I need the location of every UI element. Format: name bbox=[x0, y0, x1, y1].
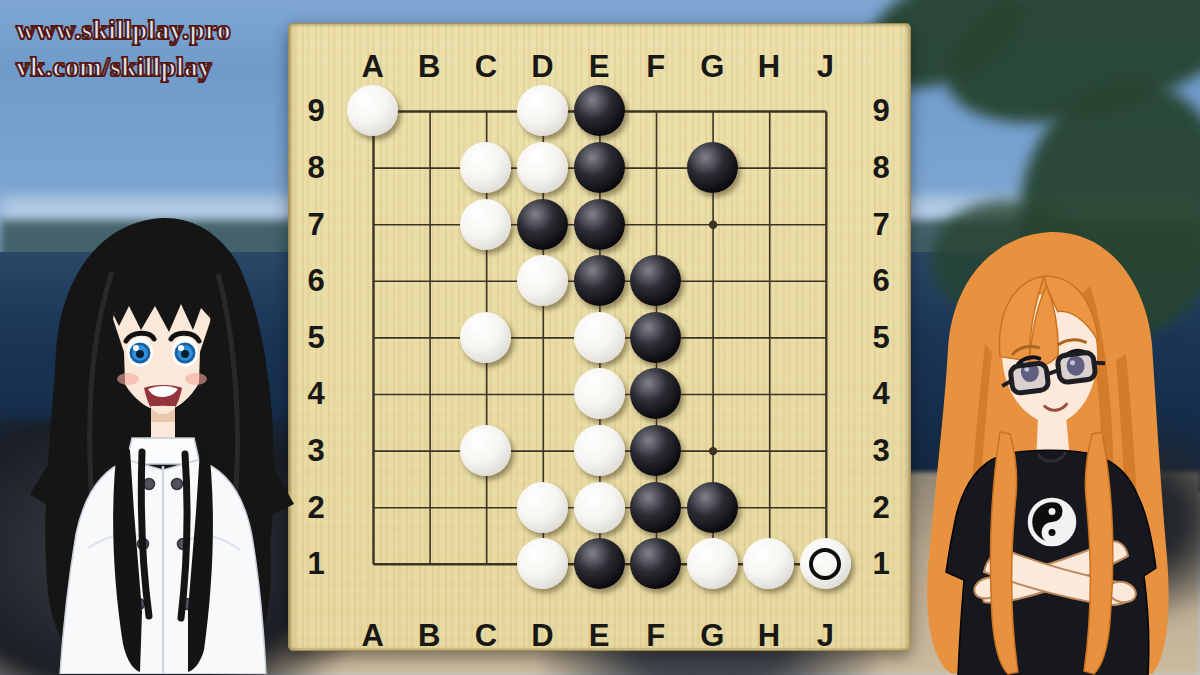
coord-label-9: 9 bbox=[872, 95, 889, 126]
coord-label-6: 6 bbox=[307, 265, 324, 296]
coord-label-B: B bbox=[418, 51, 440, 82]
go-board: ABCDEFGHJ ABCDEFGHJ 987654321 987654321 bbox=[288, 23, 911, 651]
blush bbox=[117, 373, 139, 385]
yin-yang-logo bbox=[1030, 500, 1074, 544]
coord-label-D: D bbox=[531, 51, 553, 82]
black-stone-F1 bbox=[630, 538, 681, 589]
coord-label-2: 2 bbox=[872, 492, 889, 523]
black-stone-D7 bbox=[517, 199, 568, 250]
white-stone-J1 bbox=[800, 538, 851, 589]
white-stone-C8 bbox=[460, 142, 511, 193]
coord-label-4: 4 bbox=[307, 378, 324, 409]
black-stone-E9 bbox=[574, 85, 625, 136]
coord-label-A: A bbox=[361, 620, 383, 651]
coord-label-C: C bbox=[475, 620, 497, 651]
coord-label-7: 7 bbox=[872, 209, 889, 240]
row-labels-left: 987654321 bbox=[296, 83, 336, 592]
coord-label-J: J bbox=[817, 620, 834, 651]
black-stone-G2 bbox=[687, 482, 738, 533]
white-stone-C7 bbox=[460, 199, 511, 250]
black-stone-G8 bbox=[687, 142, 738, 193]
coord-label-G: G bbox=[700, 620, 724, 651]
coord-label-3: 3 bbox=[872, 435, 889, 466]
last-move-marker bbox=[809, 548, 841, 580]
white-stone-D1 bbox=[517, 538, 568, 589]
coord-label-1: 1 bbox=[872, 548, 889, 579]
coord-label-7: 7 bbox=[307, 209, 324, 240]
coord-label-4: 4 bbox=[872, 378, 889, 409]
coord-label-F: F bbox=[646, 620, 665, 651]
coord-label-2: 2 bbox=[307, 492, 324, 523]
coord-label-J: J bbox=[817, 51, 834, 82]
column-labels-bottom: ABCDEFGHJ bbox=[344, 620, 853, 651]
watermark-site-url: www.skillplay.pro bbox=[16, 12, 231, 49]
black-stone-F4 bbox=[630, 368, 681, 419]
white-stone-C5 bbox=[460, 312, 511, 363]
coord-label-3: 3 bbox=[307, 435, 324, 466]
white-stone-D8 bbox=[517, 142, 568, 193]
black-stone-F6 bbox=[630, 255, 681, 306]
coord-label-A: A bbox=[361, 51, 383, 82]
stones-grid bbox=[344, 83, 853, 592]
black-stone-E7 bbox=[574, 199, 625, 250]
coord-label-8: 8 bbox=[307, 152, 324, 183]
black-stone-E1 bbox=[574, 538, 625, 589]
white-stone-G1 bbox=[687, 538, 738, 589]
black-stone-F3 bbox=[630, 425, 681, 476]
coord-label-1: 1 bbox=[307, 548, 324, 579]
black-stone-E8 bbox=[574, 142, 625, 193]
white-stone-E4 bbox=[574, 368, 625, 419]
black-stone-F2 bbox=[630, 482, 681, 533]
white-stone-D9 bbox=[517, 85, 568, 136]
row-labels-right: 987654321 bbox=[861, 83, 901, 592]
coord-label-5: 5 bbox=[307, 322, 324, 353]
white-stone-E5 bbox=[574, 312, 625, 363]
coord-label-E: E bbox=[589, 51, 610, 82]
white-player-avatar bbox=[22, 212, 302, 674]
white-stone-H1 bbox=[743, 538, 794, 589]
white-stone-E2 bbox=[574, 482, 625, 533]
watermark: www.skillplay.pro vk.com/skillplay bbox=[16, 12, 231, 86]
white-stone-D2 bbox=[517, 482, 568, 533]
black-player-avatar bbox=[900, 224, 1200, 675]
white-stone-D6 bbox=[517, 255, 568, 306]
coord-label-D: D bbox=[531, 620, 553, 651]
black-stone-E6 bbox=[574, 255, 625, 306]
coord-label-8: 8 bbox=[872, 152, 889, 183]
coord-label-E: E bbox=[589, 620, 610, 651]
white-stone-C3 bbox=[460, 425, 511, 476]
coord-label-9: 9 bbox=[307, 95, 324, 126]
coord-label-B: B bbox=[418, 620, 440, 651]
watermark-vk-url: vk.com/skillplay bbox=[16, 49, 231, 86]
coord-label-H: H bbox=[758, 51, 780, 82]
white-stone-E3 bbox=[574, 425, 625, 476]
coord-label-5: 5 bbox=[872, 322, 889, 353]
column-labels-top: ABCDEFGHJ bbox=[344, 51, 853, 82]
coord-label-H: H bbox=[758, 620, 780, 651]
coord-label-F: F bbox=[646, 51, 665, 82]
video-frame: www.skillplay.pro vk.com/skillplay ABCDE… bbox=[0, 0, 1200, 675]
white-stone-A9 bbox=[347, 85, 398, 136]
black-stone-F5 bbox=[630, 312, 681, 363]
coord-label-6: 6 bbox=[872, 265, 889, 296]
coord-label-G: G bbox=[700, 51, 724, 82]
coord-label-C: C bbox=[475, 51, 497, 82]
